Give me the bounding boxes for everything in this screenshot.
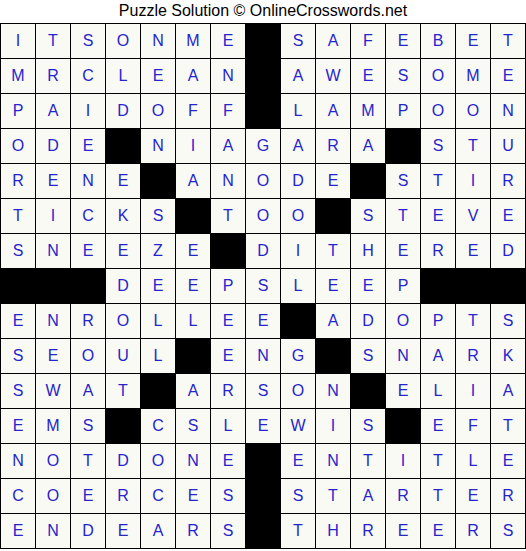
cell-r4c11: A (351, 129, 386, 164)
cell-r4c15: U (491, 129, 526, 164)
cell-r1c2: T (36, 24, 71, 59)
cell-r10c4: U (106, 339, 141, 374)
cell-r9c2: N (36, 304, 71, 339)
cell-r9c3: R (71, 304, 106, 339)
cell-r3c4: D (106, 94, 141, 129)
cell-r9c6: L (176, 304, 211, 339)
cell-r10c15: K (491, 339, 526, 374)
cell-r12c3: S (71, 409, 106, 444)
cell-r10c9: G (281, 339, 316, 374)
cell-r11c6: A (176, 374, 211, 409)
cell-r12c11: S (351, 409, 386, 444)
cell-r5c10: E (316, 164, 351, 199)
cell-r11c15: A (491, 374, 526, 409)
cell-r11c9: O (281, 374, 316, 409)
cell-r12c14: F (456, 409, 491, 444)
black-cell-r15c8 (246, 514, 281, 549)
cell-r15c15: S (491, 514, 526, 549)
cell-r7c4: E (106, 234, 141, 269)
cell-r11c13: L (421, 374, 456, 409)
black-cell-r8c15 (491, 269, 526, 304)
cell-r6c13: E (421, 199, 456, 234)
cell-r11c4: T (106, 374, 141, 409)
black-cell-r9c9 (281, 304, 316, 339)
black-cell-r1c8 (246, 24, 281, 59)
cell-r8c12: P (386, 269, 421, 304)
cell-r4c7: A (211, 129, 246, 164)
cell-r2c1: M (1, 59, 36, 94)
cell-r15c9: T (281, 514, 316, 549)
cell-r2c3: C (71, 59, 106, 94)
cell-r7c3: E (71, 234, 106, 269)
cell-r14c11: A (351, 479, 386, 514)
cell-r2c15: E (491, 59, 526, 94)
cell-r8c4: D (106, 269, 141, 304)
black-cell-r8c13 (421, 269, 456, 304)
black-cell-r11c11 (351, 374, 386, 409)
cell-r11c14: I (456, 374, 491, 409)
cell-r10c1: S (1, 339, 36, 374)
cell-r15c12: E (386, 514, 421, 549)
cell-r14c15: R (491, 479, 526, 514)
cell-r6c8: O (246, 199, 281, 234)
cell-r1c14: E (456, 24, 491, 59)
cell-r6c12: T (386, 199, 421, 234)
cell-r8c10: E (316, 269, 351, 304)
black-cell-r8c2 (36, 269, 71, 304)
cell-r10c3: O (71, 339, 106, 374)
cell-r11c1: S (1, 374, 36, 409)
cell-r2c11: E (351, 59, 386, 94)
cell-r14c4: R (106, 479, 141, 514)
cell-r7c15: D (491, 234, 526, 269)
cell-r13c2: O (36, 444, 71, 479)
cell-r15c6: R (176, 514, 211, 549)
cell-r1c10: A (316, 24, 351, 59)
cell-r5c2: E (36, 164, 71, 199)
cell-r15c11: R (351, 514, 386, 549)
cell-r2c7: N (211, 59, 246, 94)
cell-r9c11: D (351, 304, 386, 339)
cell-r14c13: T (421, 479, 456, 514)
cell-r3c7: F (211, 94, 246, 129)
black-cell-r12c12 (386, 409, 421, 444)
cell-r7c9: I (281, 234, 316, 269)
cell-r2c10: W (316, 59, 351, 94)
cell-r10c14: R (456, 339, 491, 374)
cell-r6c15: E (491, 199, 526, 234)
cell-r3c9: L (281, 94, 316, 129)
cell-r5c9: D (281, 164, 316, 199)
cell-r14c7: S (211, 479, 246, 514)
cell-r2c5: E (141, 59, 176, 94)
cell-r13c5: O (141, 444, 176, 479)
black-cell-r8c1 (1, 269, 36, 304)
cell-r2c14: M (456, 59, 491, 94)
cell-r9c7: E (211, 304, 246, 339)
cell-r5c15: R (491, 164, 526, 199)
cell-r5c7: N (211, 164, 246, 199)
black-cell-r7c7 (211, 234, 246, 269)
cell-r9c8: E (246, 304, 281, 339)
cell-r8c8: S (246, 269, 281, 304)
cell-r15c13: E (421, 514, 456, 549)
cell-r2c13: O (421, 59, 456, 94)
cell-r4c2: D (36, 129, 71, 164)
cell-r6c11: S (351, 199, 386, 234)
cell-r4c3: E (71, 129, 106, 164)
cell-r14c1: C (1, 479, 36, 514)
cell-r7c12: E (386, 234, 421, 269)
black-cell-r5c5 (141, 164, 176, 199)
cell-r5c14: I (456, 164, 491, 199)
cell-r9c5: L (141, 304, 176, 339)
cell-r11c3: A (71, 374, 106, 409)
cell-r2c2: R (36, 59, 71, 94)
cell-r13c7: E (211, 444, 246, 479)
cell-r6c1: T (1, 199, 36, 234)
cell-r1c7: E (211, 24, 246, 59)
black-cell-r10c10 (316, 339, 351, 374)
cell-r7c11: H (351, 234, 386, 269)
cell-r14c10: T (316, 479, 351, 514)
black-cell-r6c6 (176, 199, 211, 234)
cell-r1c9: S (281, 24, 316, 59)
cell-r6c5: S (141, 199, 176, 234)
cell-r3c12: P (386, 94, 421, 129)
page-title: Puzzle Solution © OnlineCrosswords.net (0, 0, 526, 23)
black-cell-r14c8 (246, 479, 281, 514)
black-cell-r11c5 (141, 374, 176, 409)
cell-r11c7: R (211, 374, 246, 409)
cell-r8c9: L (281, 269, 316, 304)
cell-r7c2: N (36, 234, 71, 269)
cell-r12c5: C (141, 409, 176, 444)
cell-r9c15: S (491, 304, 526, 339)
cell-r11c2: W (36, 374, 71, 409)
cell-r6c14: V (456, 199, 491, 234)
cell-r13c3: T (71, 444, 106, 479)
cell-r15c4: E (106, 514, 141, 549)
cell-r1c12: E (386, 24, 421, 59)
cell-r13c9: E (281, 444, 316, 479)
cell-r7c1: S (1, 234, 36, 269)
cell-r15c3: D (71, 514, 106, 549)
cell-r11c12: E (386, 374, 421, 409)
cell-r4c9: A (281, 129, 316, 164)
puzzle-page: Puzzle Solution © OnlineCrosswords.net I… (0, 0, 526, 551)
black-cell-r6c10 (316, 199, 351, 234)
black-cell-r5c11 (351, 164, 386, 199)
cell-r1c3: S (71, 24, 106, 59)
cell-r5c4: E (106, 164, 141, 199)
cell-r4c1: O (1, 129, 36, 164)
cell-r6c7: T (211, 199, 246, 234)
cell-r1c13: B (421, 24, 456, 59)
black-cell-r12c4 (106, 409, 141, 444)
cell-r8c11: E (351, 269, 386, 304)
cell-r9c10: A (316, 304, 351, 339)
cell-r5c3: N (71, 164, 106, 199)
cell-r12c13: E (421, 409, 456, 444)
black-cell-r13c8 (246, 444, 281, 479)
cell-r1c15: T (491, 24, 526, 59)
cell-r1c4: O (106, 24, 141, 59)
cell-r7c10: T (316, 234, 351, 269)
cell-r2c12: S (386, 59, 421, 94)
cell-r5c8: O (246, 164, 281, 199)
black-cell-r4c12 (386, 129, 421, 164)
cell-r3c13: O (421, 94, 456, 129)
cell-r10c13: A (421, 339, 456, 374)
cell-r10c12: N (386, 339, 421, 374)
cell-r9c13: P (421, 304, 456, 339)
cell-r3c6: F (176, 94, 211, 129)
cell-r3c2: A (36, 94, 71, 129)
cell-r2c9: A (281, 59, 316, 94)
cell-r10c8: N (246, 339, 281, 374)
cell-r3c15: N (491, 94, 526, 129)
cell-r13c12: I (386, 444, 421, 479)
cell-r3c10: A (316, 94, 351, 129)
cell-r3c5: O (141, 94, 176, 129)
cell-r12c7: L (211, 409, 246, 444)
cell-r7c6: E (176, 234, 211, 269)
cell-r3c3: I (71, 94, 106, 129)
cell-r12c8: E (246, 409, 281, 444)
cell-r13c1: N (1, 444, 36, 479)
cell-r13c14: L (456, 444, 491, 479)
cell-r15c1: E (1, 514, 36, 549)
cell-r13c15: E (491, 444, 526, 479)
cell-r6c3: C (71, 199, 106, 234)
cell-r11c10: N (316, 374, 351, 409)
cell-r14c2: O (36, 479, 71, 514)
cell-r4c8: G (246, 129, 281, 164)
cell-r13c6: N (176, 444, 211, 479)
cell-r9c4: O (106, 304, 141, 339)
cell-r12c1: E (1, 409, 36, 444)
black-cell-r10c6 (176, 339, 211, 374)
cell-r3c14: O (456, 94, 491, 129)
cell-r12c2: M (36, 409, 71, 444)
cell-r10c5: L (141, 339, 176, 374)
black-cell-r3c8 (246, 94, 281, 129)
cell-r1c6: M (176, 24, 211, 59)
cell-r14c12: R (386, 479, 421, 514)
cell-r2c6: A (176, 59, 211, 94)
cell-r13c13: T (421, 444, 456, 479)
cell-r14c9: S (281, 479, 316, 514)
cell-r8c5: E (141, 269, 176, 304)
cell-r4c14: T (456, 129, 491, 164)
cell-r9c14: T (456, 304, 491, 339)
cell-r9c1: E (1, 304, 36, 339)
cell-r14c6: E (176, 479, 211, 514)
cell-r8c7: P (211, 269, 246, 304)
cell-r5c13: T (421, 164, 456, 199)
cell-r12c9: W (281, 409, 316, 444)
cell-r13c11: T (351, 444, 386, 479)
cell-r5c12: S (386, 164, 421, 199)
cell-r7c14: E (456, 234, 491, 269)
cell-r13c10: N (316, 444, 351, 479)
cell-r15c2: N (36, 514, 71, 549)
cell-r7c13: R (421, 234, 456, 269)
cell-r5c1: R (1, 164, 36, 199)
cell-r13c4: D (106, 444, 141, 479)
cell-r1c5: N (141, 24, 176, 59)
cell-r8c6: E (176, 269, 211, 304)
cell-r15c10: H (316, 514, 351, 549)
cell-r1c1: I (1, 24, 36, 59)
cell-r6c2: I (36, 199, 71, 234)
cell-r1c11: F (351, 24, 386, 59)
black-cell-r2c8 (246, 59, 281, 94)
cell-r10c2: E (36, 339, 71, 374)
cell-r14c3: E (71, 479, 106, 514)
cell-r15c5: A (141, 514, 176, 549)
cell-r11c8: S (246, 374, 281, 409)
cell-r9c12: O (386, 304, 421, 339)
cell-r4c6: I (176, 129, 211, 164)
cell-r10c11: S (351, 339, 386, 374)
cell-r3c11: M (351, 94, 386, 129)
cell-r6c4: K (106, 199, 141, 234)
cell-r7c5: Z (141, 234, 176, 269)
cell-r3c1: P (1, 94, 36, 129)
cell-r4c5: N (141, 129, 176, 164)
black-cell-r8c3 (71, 269, 106, 304)
cell-r14c5: C (141, 479, 176, 514)
cell-r15c14: R (456, 514, 491, 549)
cell-r4c10: R (316, 129, 351, 164)
cell-r2c4: L (106, 59, 141, 94)
black-cell-r4c4 (106, 129, 141, 164)
cell-r12c10: I (316, 409, 351, 444)
cell-r5c6: A (176, 164, 211, 199)
cell-r14c14: E (456, 479, 491, 514)
cell-r12c15: T (491, 409, 526, 444)
cell-r12c6: S (176, 409, 211, 444)
cell-r15c7: S (211, 514, 246, 549)
crossword-grid: ITSONMESAFEBETMRCLEANAWESOMEPAIDOFFLAMPO… (0, 23, 526, 549)
cell-r6c9: O (281, 199, 316, 234)
cell-r10c7: E (211, 339, 246, 374)
black-cell-r8c14 (456, 269, 491, 304)
cell-r4c13: S (421, 129, 456, 164)
cell-r7c8: D (246, 234, 281, 269)
